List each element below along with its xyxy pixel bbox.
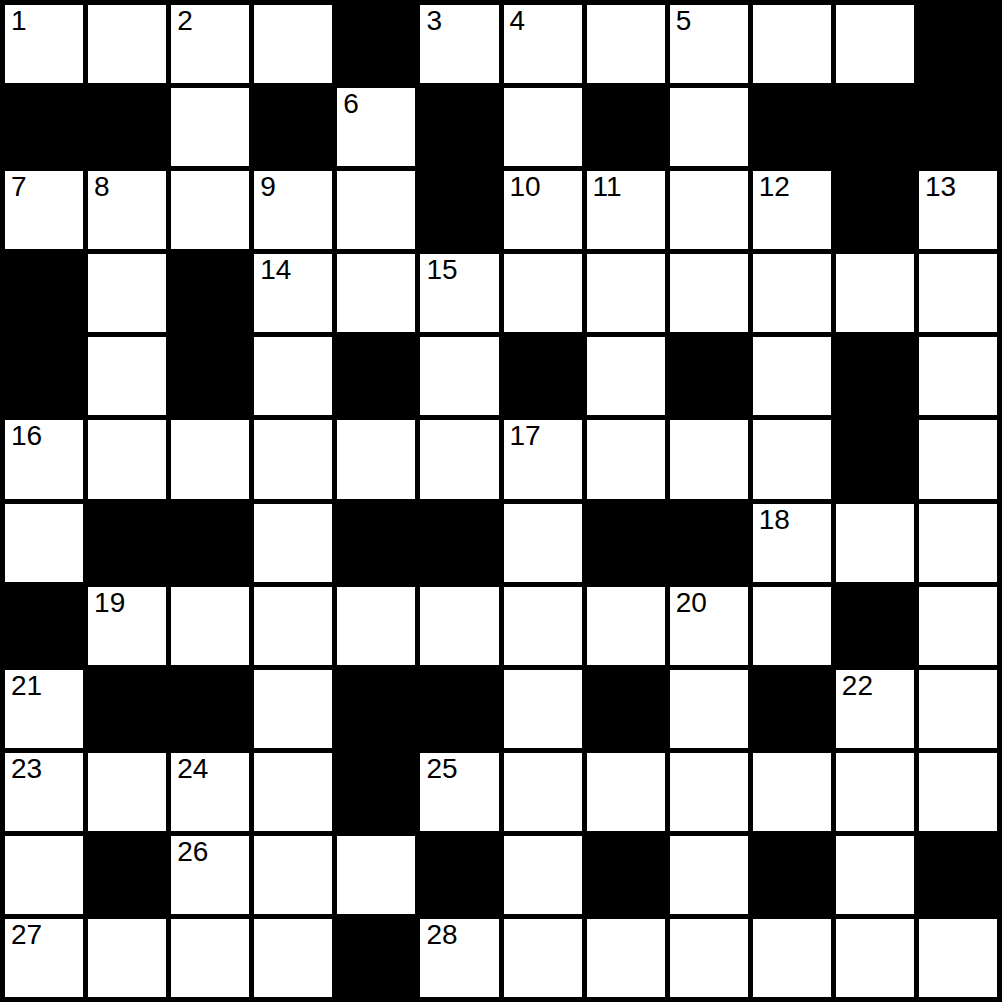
cell-r3c11[interactable] <box>919 254 997 332</box>
block-cell-r5c10 <box>836 420 914 498</box>
cell-r7c8[interactable]: 20 <box>670 587 748 665</box>
cell-r0c0[interactable]: 1 <box>5 5 83 83</box>
cell-r2c4[interactable] <box>337 171 415 249</box>
cell-r4c7[interactable] <box>587 337 665 415</box>
cell-r10c4[interactable] <box>337 836 415 914</box>
block-cell-r1c11 <box>919 88 997 166</box>
clue-number-8: 8 <box>94 172 110 203</box>
cell-r0c3[interactable] <box>254 5 332 83</box>
block-cell-r4c8 <box>670 337 748 415</box>
cell-r8c0[interactable]: 21 <box>5 670 83 748</box>
cell-r9c11[interactable] <box>919 753 997 831</box>
cell-r6c0[interactable] <box>5 504 83 582</box>
clue-number-9: 9 <box>260 172 276 203</box>
cell-r11c8[interactable] <box>670 919 748 997</box>
cell-r10c3[interactable] <box>254 836 332 914</box>
block-cell-r8c4 <box>337 670 415 748</box>
clue-number-14: 14 <box>260 255 291 286</box>
block-cell-r11c4 <box>337 919 415 997</box>
cell-r3c7[interactable] <box>587 254 665 332</box>
clue-number-10: 10 <box>510 172 541 203</box>
clue-number-28: 28 <box>426 920 457 951</box>
cell-r10c6[interactable] <box>504 836 582 914</box>
cell-r8c11[interactable] <box>919 670 997 748</box>
cell-r8c8[interactable] <box>670 670 748 748</box>
clue-number-27: 27 <box>11 920 42 951</box>
block-cell-r4c6 <box>504 337 582 415</box>
block-cell-r6c1 <box>88 504 166 582</box>
clue-number-16: 16 <box>11 421 42 452</box>
cell-r3c5[interactable]: 15 <box>420 254 498 332</box>
cell-r2c11[interactable]: 13 <box>919 171 997 249</box>
cell-r1c4[interactable]: 6 <box>337 88 415 166</box>
block-cell-r7c0 <box>5 587 83 665</box>
cell-r10c8[interactable] <box>670 836 748 914</box>
clue-number-20: 20 <box>676 588 707 619</box>
block-cell-r4c10 <box>836 337 914 415</box>
cell-r11c10[interactable] <box>836 919 914 997</box>
cell-r7c3[interactable] <box>254 587 332 665</box>
cell-r3c9[interactable] <box>753 254 831 332</box>
cell-r4c11[interactable] <box>919 337 997 415</box>
cell-r5c1[interactable] <box>88 420 166 498</box>
cell-r2c0[interactable]: 7 <box>5 171 83 249</box>
cell-r3c6[interactable] <box>504 254 582 332</box>
cell-r9c0[interactable]: 23 <box>5 753 83 831</box>
clue-number-4: 4 <box>510 6 526 37</box>
clue-number-19: 19 <box>94 588 125 619</box>
cell-r5c6[interactable]: 17 <box>504 420 582 498</box>
cell-r3c8[interactable] <box>670 254 748 332</box>
cell-r3c4[interactable] <box>337 254 415 332</box>
cell-r0c9[interactable] <box>753 5 831 83</box>
block-cell-r3c2 <box>171 254 249 332</box>
block-cell-r1c9 <box>753 88 831 166</box>
clue-number-13: 13 <box>925 172 956 203</box>
block-cell-r9c4 <box>337 753 415 831</box>
cell-r7c6[interactable] <box>504 587 582 665</box>
cell-r4c1[interactable] <box>88 337 166 415</box>
cell-r9c7[interactable] <box>587 753 665 831</box>
cell-r1c2[interactable] <box>171 88 249 166</box>
block-cell-r1c0 <box>5 88 83 166</box>
block-cell-r1c3 <box>254 88 332 166</box>
clue-number-17: 17 <box>510 421 541 452</box>
cell-r1c8[interactable] <box>670 88 748 166</box>
block-cell-r0c11 <box>919 5 997 83</box>
block-cell-r4c4 <box>337 337 415 415</box>
cell-r11c7[interactable] <box>587 919 665 997</box>
cell-r9c1[interactable] <box>88 753 166 831</box>
block-cell-r7c10 <box>836 587 914 665</box>
cell-r2c2[interactable] <box>171 171 249 249</box>
clue-number-21: 21 <box>11 671 42 702</box>
cell-r7c9[interactable] <box>753 587 831 665</box>
cell-r2c3[interactable]: 9 <box>254 171 332 249</box>
cell-r11c11[interactable] <box>919 919 997 997</box>
block-cell-r3c0 <box>5 254 83 332</box>
clue-number-2: 2 <box>177 6 193 37</box>
cell-r8c10[interactable]: 22 <box>836 670 914 748</box>
cell-r2c1[interactable]: 8 <box>88 171 166 249</box>
cell-r11c6[interactable] <box>504 919 582 997</box>
block-cell-r6c8 <box>670 504 748 582</box>
cell-r2c9[interactable]: 12 <box>753 171 831 249</box>
cell-r7c5[interactable] <box>420 587 498 665</box>
clue-number-18: 18 <box>759 505 790 536</box>
cell-r9c9[interactable] <box>753 753 831 831</box>
cell-r3c1[interactable] <box>88 254 166 332</box>
cell-r0c1[interactable] <box>88 5 166 83</box>
block-cell-r10c7 <box>587 836 665 914</box>
block-cell-r10c1 <box>88 836 166 914</box>
cell-r3c10[interactable] <box>836 254 914 332</box>
clue-number-11: 11 <box>593 172 622 203</box>
clue-number-3: 3 <box>426 6 442 37</box>
clue-number-1: 1 <box>11 6 27 37</box>
clue-number-25: 25 <box>426 754 457 785</box>
cell-r1c6[interactable] <box>504 88 582 166</box>
cell-r3c3[interactable]: 14 <box>254 254 332 332</box>
block-cell-r2c5 <box>420 171 498 249</box>
cell-r10c10[interactable] <box>836 836 914 914</box>
cell-r2c6[interactable]: 10 <box>504 171 582 249</box>
block-cell-r4c0 <box>5 337 83 415</box>
cell-r6c6[interactable] <box>504 504 582 582</box>
cell-r11c1[interactable] <box>88 919 166 997</box>
clue-number-12: 12 <box>759 172 790 203</box>
cell-r7c7[interactable] <box>587 587 665 665</box>
cell-r11c2[interactable] <box>171 919 249 997</box>
cell-r8c6[interactable] <box>504 670 582 748</box>
cell-r5c0[interactable]: 16 <box>5 420 83 498</box>
cell-r5c11[interactable] <box>919 420 997 498</box>
cell-r0c6[interactable]: 4 <box>504 5 582 83</box>
cell-r4c3[interactable] <box>254 337 332 415</box>
cell-r5c7[interactable] <box>587 420 665 498</box>
crossword-board: 1234567891011121314151617181920212223242… <box>0 0 1002 1002</box>
block-cell-r8c2 <box>171 670 249 748</box>
cell-r6c10[interactable] <box>836 504 914 582</box>
block-cell-r6c4 <box>337 504 415 582</box>
block-cell-r2c10 <box>836 171 914 249</box>
block-cell-r1c1 <box>88 88 166 166</box>
cell-r5c5[interactable] <box>420 420 498 498</box>
cell-r0c7[interactable] <box>587 5 665 83</box>
block-cell-r10c11 <box>919 836 997 914</box>
cell-r0c10[interactable] <box>836 5 914 83</box>
cell-r5c9[interactable] <box>753 420 831 498</box>
clue-number-24: 24 <box>177 754 208 785</box>
block-cell-r4c2 <box>171 337 249 415</box>
block-cell-r1c10 <box>836 88 914 166</box>
block-cell-r6c7 <box>587 504 665 582</box>
cell-r9c6[interactable] <box>504 753 582 831</box>
clue-number-6: 6 <box>343 89 359 120</box>
cell-r0c8[interactable]: 5 <box>670 5 748 83</box>
clue-number-22: 22 <box>842 671 873 702</box>
cell-r5c8[interactable] <box>670 420 748 498</box>
cell-r5c3[interactable] <box>254 420 332 498</box>
cell-r10c2[interactable]: 26 <box>171 836 249 914</box>
cell-r9c3[interactable] <box>254 753 332 831</box>
cell-r6c11[interactable] <box>919 504 997 582</box>
cell-r8c3[interactable] <box>254 670 332 748</box>
cell-r5c4[interactable] <box>337 420 415 498</box>
cell-r9c8[interactable] <box>670 753 748 831</box>
cell-r2c8[interactable] <box>670 171 748 249</box>
cell-r2c7[interactable]: 11 <box>587 171 665 249</box>
cell-r4c9[interactable] <box>753 337 831 415</box>
block-cell-r0c4 <box>337 5 415 83</box>
cell-r11c5[interactable]: 28 <box>420 919 498 997</box>
block-cell-r8c5 <box>420 670 498 748</box>
block-cell-r1c7 <box>587 88 665 166</box>
clue-number-5: 5 <box>676 6 692 37</box>
block-cell-r8c9 <box>753 670 831 748</box>
cell-r11c0[interactable]: 27 <box>5 919 83 997</box>
block-cell-r6c2 <box>171 504 249 582</box>
cell-r7c11[interactable] <box>919 587 997 665</box>
cell-r11c3[interactable] <box>254 919 332 997</box>
clue-number-26: 26 <box>177 837 208 868</box>
block-cell-r8c7 <box>587 670 665 748</box>
cell-r4c5[interactable] <box>420 337 498 415</box>
clue-number-7: 7 <box>11 172 27 203</box>
cell-r7c2[interactable] <box>171 587 249 665</box>
block-cell-r6c5 <box>420 504 498 582</box>
cell-r0c2[interactable]: 2 <box>171 5 249 83</box>
cell-r9c10[interactable] <box>836 753 914 831</box>
cell-r6c9[interactable]: 18 <box>753 504 831 582</box>
clue-number-15: 15 <box>426 255 457 286</box>
cell-r9c2[interactable]: 24 <box>171 753 249 831</box>
block-cell-r8c1 <box>88 670 166 748</box>
cell-r7c1[interactable]: 19 <box>88 587 166 665</box>
cell-r5c2[interactable] <box>171 420 249 498</box>
clue-number-23: 23 <box>11 754 42 785</box>
cell-r6c3[interactable] <box>254 504 332 582</box>
cell-r9c5[interactable]: 25 <box>420 753 498 831</box>
cell-r7c4[interactable] <box>337 587 415 665</box>
block-cell-r10c9 <box>753 836 831 914</box>
block-cell-r1c5 <box>420 88 498 166</box>
cell-r0c5[interactable]: 3 <box>420 5 498 83</box>
block-cell-r10c5 <box>420 836 498 914</box>
cell-r11c9[interactable] <box>753 919 831 997</box>
cell-r10c0[interactable] <box>5 836 83 914</box>
